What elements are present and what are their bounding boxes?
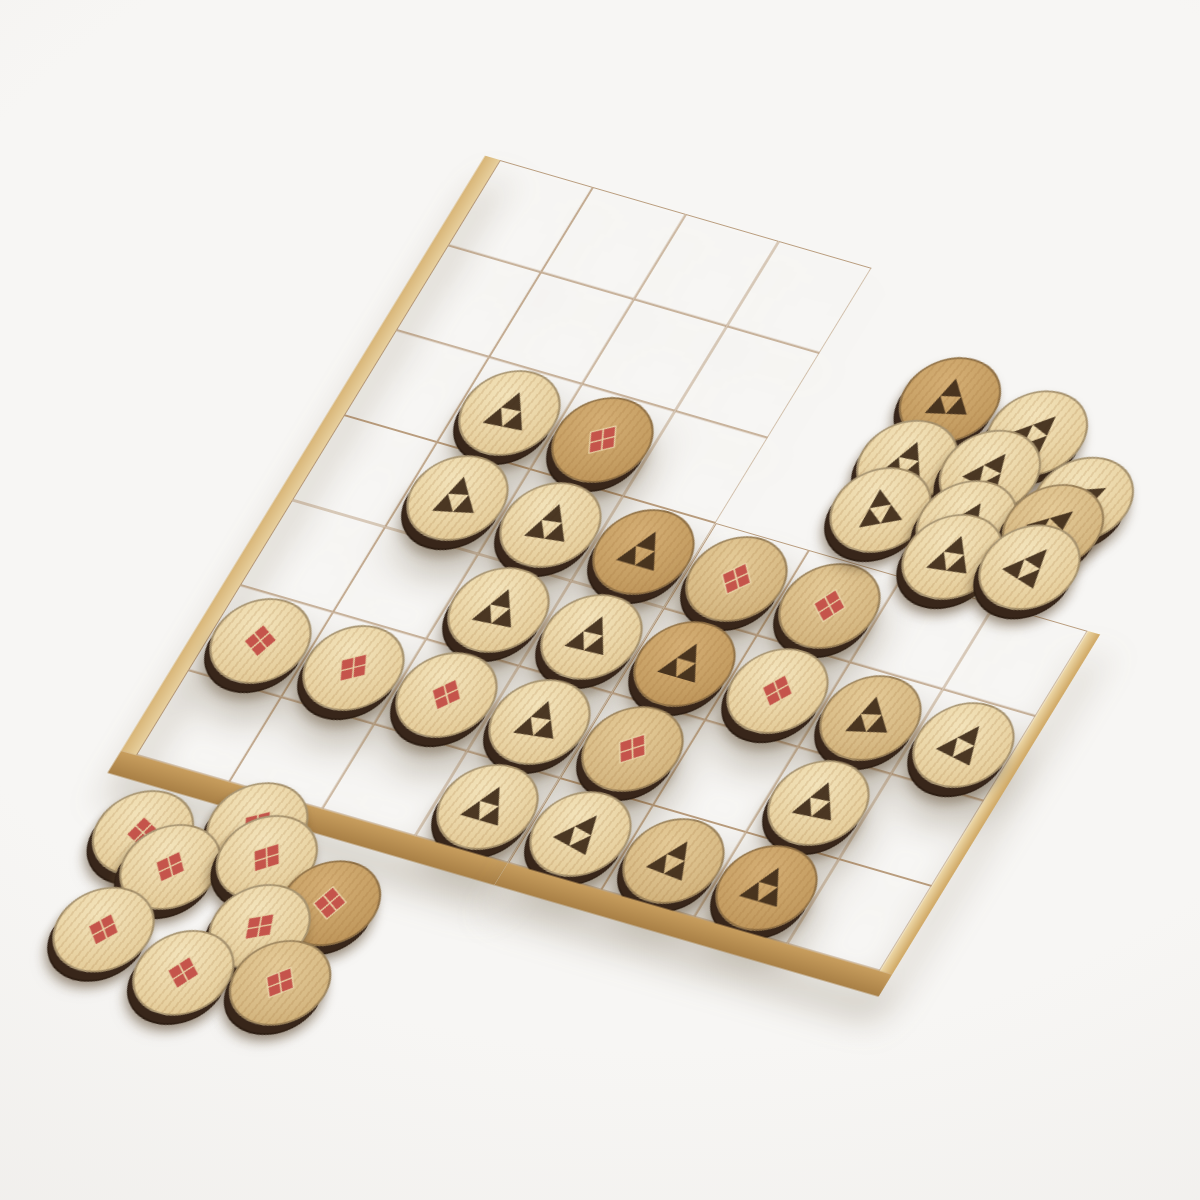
- game-photo-scene: [0, 0, 1200, 1200]
- takeda-diamond-crest-icon: [228, 616, 293, 666]
